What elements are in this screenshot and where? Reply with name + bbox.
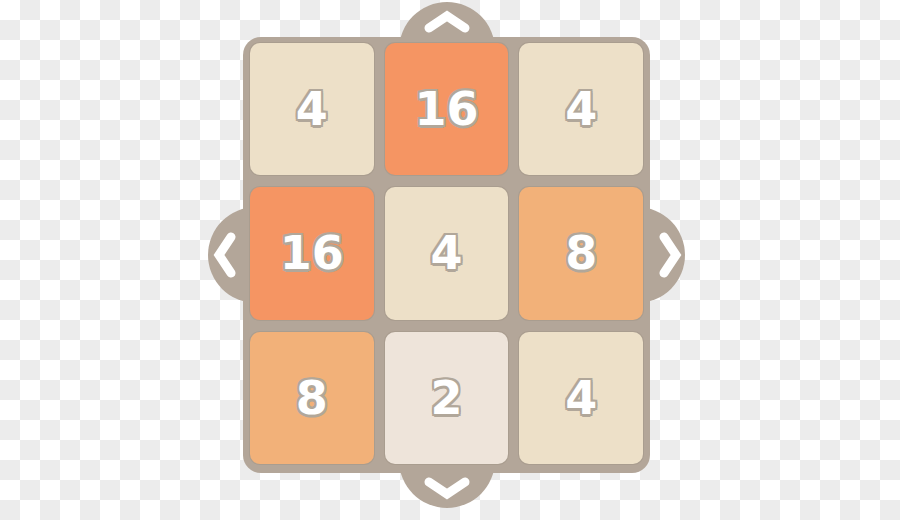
tile-number: 4 [565,375,597,421]
tile-number: 4 [565,86,597,132]
tile-number: 8 [296,375,328,421]
chevron-left-icon [214,232,236,278]
tile-number: 4 [430,230,462,276]
chevron-right-icon [659,232,681,278]
tile-r2c3-value-8: 8 [519,187,643,319]
tile-r1c3-value-4: 4 [519,43,643,175]
tile-r1c1-value-4: 4 [250,43,374,175]
tile-number: 16 [414,86,478,132]
tile-r2c2-value-4: 4 [385,187,509,319]
board: 41641648824 [243,37,650,473]
tile-number: 8 [565,230,597,276]
tile-r2c1-value-16: 16 [250,187,374,319]
tile-number: 4 [296,86,328,132]
tile-r3c3-value-4: 4 [519,332,643,464]
tile-number: 16 [280,230,344,276]
game-2048-screenshot: 41641648824 [0,0,900,520]
tile-r3c1-value-8: 8 [250,332,374,464]
chevron-up-icon [424,11,470,33]
chevron-down-icon [424,477,470,499]
tile-r1c2-value-16: 16 [385,43,509,175]
tile-number: 2 [430,375,462,421]
tile-r3c2-value-2: 2 [385,332,509,464]
